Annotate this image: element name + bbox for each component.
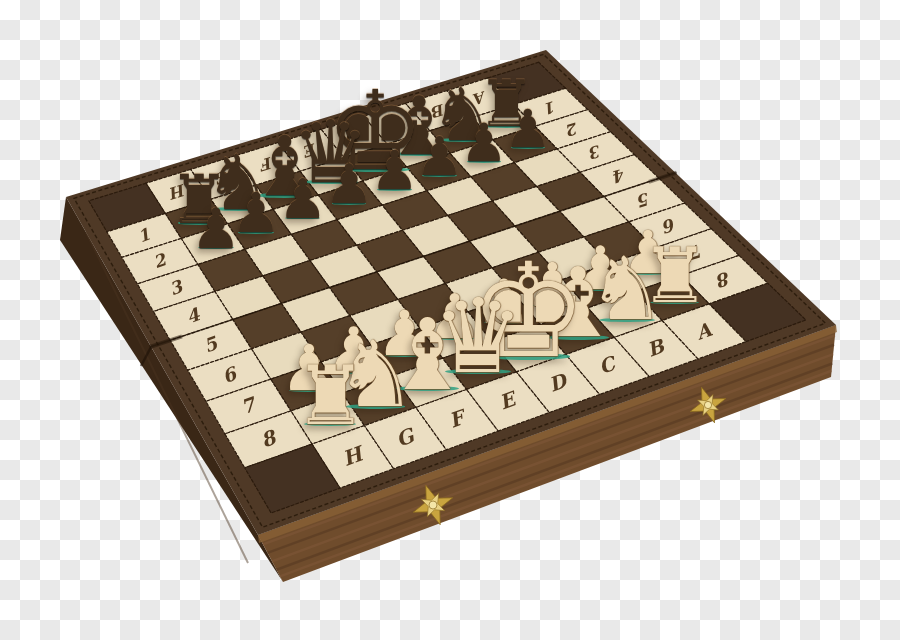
brass-latch-icon [429,501,437,509]
brass-latch-icon [704,401,711,408]
transparent-checker-background: AABBCCDDEEFFGGHH1122334455667788 ♜♞♟♝♟♚♟… [0,0,900,640]
chess-box-photo: AABBCCDDEEFFGGHH1122334455667788 [0,0,900,640]
